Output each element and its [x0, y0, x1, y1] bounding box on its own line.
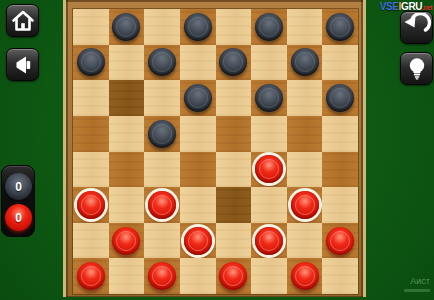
square-d7: [180, 45, 216, 81]
square-c6: [144, 80, 180, 116]
logo-part-net: .net: [422, 4, 432, 11]
square-f1: [251, 258, 287, 294]
square-b2[interactable]: [109, 223, 145, 259]
checker-black-d8[interactable]: [184, 13, 212, 41]
red-captured-count: 0: [15, 211, 22, 225]
square-c7[interactable]: [144, 45, 180, 81]
square-g3[interactable]: [287, 187, 323, 223]
square-b8[interactable]: [109, 9, 145, 45]
checker-inner-ring: [295, 195, 315, 215]
checker-black-a7[interactable]: [77, 48, 105, 76]
checker-inner-ring: [152, 266, 172, 286]
checker-inner-ring: [259, 159, 279, 179]
checker-inner-ring: [188, 17, 208, 37]
square-d5: [180, 116, 216, 152]
checker-black-d6[interactable]: [184, 84, 212, 112]
square-d4[interactable]: [180, 152, 216, 188]
checker-inner-ring: [259, 88, 279, 108]
game-screen: 0 0 VSEIGRU.net Аист: [0, 0, 434, 300]
checker-black-c5[interactable]: [148, 120, 176, 148]
square-d6[interactable]: [180, 80, 216, 116]
home-button[interactable]: [6, 4, 39, 37]
square-f2[interactable]: [251, 223, 287, 259]
square-b3: [109, 187, 145, 223]
square-b5: [109, 116, 145, 152]
square-h4[interactable]: [322, 152, 358, 188]
checker-inner-ring: [116, 17, 136, 37]
square-c2: [144, 223, 180, 259]
checker-inner-ring: [81, 195, 101, 215]
logo-part-vse: VSE: [380, 1, 399, 12]
sound-button[interactable]: [6, 48, 39, 81]
checker-inner-ring: [81, 52, 101, 72]
checker-inner-ring: [116, 231, 136, 251]
checker-black-h6[interactable]: [326, 84, 354, 112]
square-a5[interactable]: [73, 116, 109, 152]
square-e3[interactable]: [216, 187, 252, 223]
checker-red-a1[interactable]: [77, 262, 105, 290]
square-a8: [73, 9, 109, 45]
square-f5: [251, 116, 287, 152]
square-a2: [73, 223, 109, 259]
speaker-icon: [8, 50, 38, 80]
square-f3: [251, 187, 287, 223]
square-h7: [322, 45, 358, 81]
watermark-text: Аист: [404, 277, 430, 286]
checker-inner-ring: [188, 88, 208, 108]
square-e2: [216, 223, 252, 259]
checkers-board-frame: [63, 0, 366, 297]
checker-black-c7[interactable]: [148, 48, 176, 76]
checker-red-g3[interactable]: [291, 191, 319, 219]
square-c1[interactable]: [144, 258, 180, 294]
square-a3[interactable]: [73, 187, 109, 223]
checker-black-b8[interactable]: [112, 13, 140, 41]
square-f4[interactable]: [251, 152, 287, 188]
checker-black-e7[interactable]: [219, 48, 247, 76]
red-captured-counter: 0: [5, 204, 32, 231]
square-a4: [73, 152, 109, 188]
checker-black-h8[interactable]: [326, 13, 354, 41]
square-g5[interactable]: [287, 116, 323, 152]
undo-button[interactable]: [400, 11, 433, 44]
checker-inner-ring: [295, 52, 315, 72]
watermark-subline: [404, 289, 430, 292]
lightbulb-icon: [402, 54, 432, 84]
square-f7: [251, 45, 287, 81]
checker-inner-ring: [152, 124, 172, 144]
checker-red-g1[interactable]: [291, 262, 319, 290]
checker-inner-ring: [295, 266, 315, 286]
square-c4: [144, 152, 180, 188]
checker-red-c3[interactable]: [148, 191, 176, 219]
checker-red-c1[interactable]: [148, 262, 176, 290]
checker-black-f6[interactable]: [255, 84, 283, 112]
square-f8[interactable]: [251, 9, 287, 45]
capture-counter-panel: 0 0: [1, 165, 35, 237]
checker-inner-ring: [330, 231, 350, 251]
square-e8: [216, 9, 252, 45]
square-h8[interactable]: [322, 9, 358, 45]
checker-red-f2[interactable]: [255, 227, 283, 255]
square-e7[interactable]: [216, 45, 252, 81]
square-g8: [287, 9, 323, 45]
square-c3[interactable]: [144, 187, 180, 223]
checker-inner-ring: [223, 266, 243, 286]
square-b6[interactable]: [109, 80, 145, 116]
square-h5: [322, 116, 358, 152]
checker-inner-ring: [81, 266, 101, 286]
square-g4: [287, 152, 323, 188]
square-g6: [287, 80, 323, 116]
square-b4[interactable]: [109, 152, 145, 188]
home-icon: [8, 6, 38, 36]
checker-black-f8[interactable]: [255, 13, 283, 41]
checker-red-f4[interactable]: [255, 155, 283, 183]
checkers-board: [73, 9, 358, 294]
watermark: Аист: [404, 277, 430, 292]
square-a6: [73, 80, 109, 116]
square-d2[interactable]: [180, 223, 216, 259]
checker-red-h2[interactable]: [326, 227, 354, 255]
checker-inner-ring: [259, 17, 279, 37]
square-d3: [180, 187, 216, 223]
checker-inner-ring: [330, 17, 350, 37]
square-b7: [109, 45, 145, 81]
square-c8: [144, 9, 180, 45]
square-g1[interactable]: [287, 258, 323, 294]
undo-arrow-icon: [402, 13, 432, 43]
square-e5[interactable]: [216, 116, 252, 152]
square-c5[interactable]: [144, 116, 180, 152]
checker-inner-ring: [259, 231, 279, 251]
square-e6: [216, 80, 252, 116]
square-g2: [287, 223, 323, 259]
checker-black-g7[interactable]: [291, 48, 319, 76]
square-h3: [322, 187, 358, 223]
black-captured-counter: 0: [5, 173, 32, 200]
square-b1: [109, 258, 145, 294]
square-h2[interactable]: [322, 223, 358, 259]
square-e4: [216, 152, 252, 188]
checker-red-a3[interactable]: [77, 191, 105, 219]
checker-red-d2[interactable]: [184, 227, 212, 255]
checker-inner-ring: [152, 195, 172, 215]
square-d8[interactable]: [180, 9, 216, 45]
square-a1[interactable]: [73, 258, 109, 294]
square-g7[interactable]: [287, 45, 323, 81]
checker-inner-ring: [152, 52, 172, 72]
checker-red-e1[interactable]: [219, 262, 247, 290]
square-h6[interactable]: [322, 80, 358, 116]
square-a7[interactable]: [73, 45, 109, 81]
black-captured-count: 0: [15, 180, 22, 194]
square-e1[interactable]: [216, 258, 252, 294]
checker-inner-ring: [188, 231, 208, 251]
hint-button[interactable]: [400, 52, 433, 85]
square-d1: [180, 258, 216, 294]
checker-inner-ring: [330, 88, 350, 108]
checker-inner-ring: [223, 52, 243, 72]
square-f6[interactable]: [251, 80, 287, 116]
square-h1: [322, 258, 358, 294]
checker-red-b2[interactable]: [112, 227, 140, 255]
